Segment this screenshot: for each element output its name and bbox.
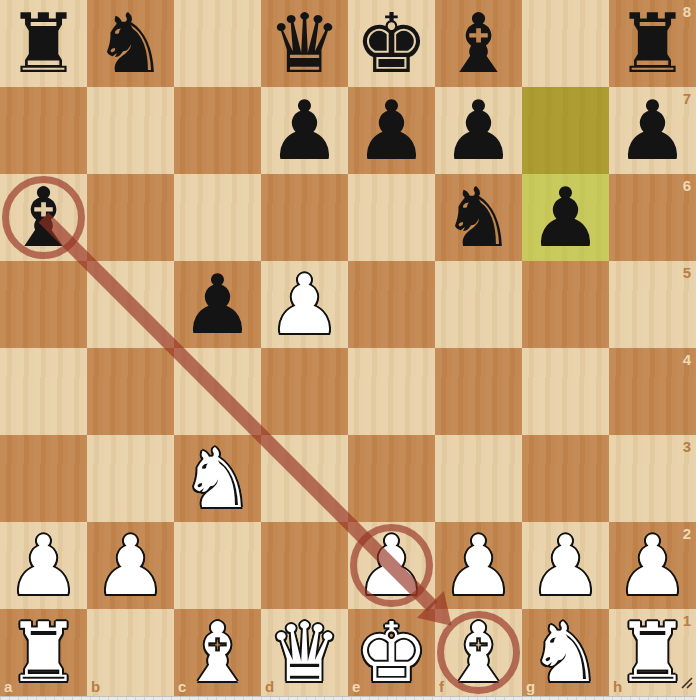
square-h2[interactable]: 2♟: [609, 522, 696, 609]
rank-label-3: 3: [683, 438, 691, 455]
white-pawn[interactable]: ♟: [609, 522, 696, 609]
square-h5[interactable]: 5: [609, 261, 696, 348]
square-a6[interactable]: ♝: [0, 174, 87, 261]
square-d8[interactable]: ♛: [261, 0, 348, 87]
square-g7[interactable]: [522, 87, 609, 174]
square-f1[interactable]: f♝: [435, 609, 522, 696]
square-e8[interactable]: ♚: [348, 0, 435, 87]
black-bishop[interactable]: ♝: [0, 174, 87, 261]
square-c7[interactable]: [174, 87, 261, 174]
square-a4[interactable]: [0, 348, 87, 435]
square-f4[interactable]: [435, 348, 522, 435]
square-g8[interactable]: [522, 0, 609, 87]
square-b4[interactable]: [87, 348, 174, 435]
square-c1[interactable]: c♝: [174, 609, 261, 696]
square-a8[interactable]: ♜: [0, 0, 87, 87]
rank-label-6: 6: [683, 177, 691, 194]
square-a5[interactable]: [0, 261, 87, 348]
square-a3[interactable]: [0, 435, 87, 522]
white-pawn[interactable]: ♟: [261, 261, 348, 348]
square-e1[interactable]: e♚: [348, 609, 435, 696]
square-d5[interactable]: ♟: [261, 261, 348, 348]
square-d3[interactable]: [261, 435, 348, 522]
white-pawn[interactable]: ♟: [522, 522, 609, 609]
square-h8[interactable]: 8♜: [609, 0, 696, 87]
black-pawn[interactable]: ♟: [348, 87, 435, 174]
square-f5[interactable]: [435, 261, 522, 348]
square-e6[interactable]: [348, 174, 435, 261]
resize-handle-icon[interactable]: [680, 676, 694, 690]
square-e2[interactable]: ♟: [348, 522, 435, 609]
square-b8[interactable]: ♞: [87, 0, 174, 87]
square-g2[interactable]: ♟: [522, 522, 609, 609]
square-g4[interactable]: [522, 348, 609, 435]
square-b6[interactable]: [87, 174, 174, 261]
square-e7[interactable]: ♟: [348, 87, 435, 174]
square-d7[interactable]: ♟: [261, 87, 348, 174]
square-d1[interactable]: d♛: [261, 609, 348, 696]
black-king[interactable]: ♚: [348, 0, 435, 87]
square-g5[interactable]: [522, 261, 609, 348]
black-pawn[interactable]: ♟: [261, 87, 348, 174]
square-b3[interactable]: [87, 435, 174, 522]
black-pawn[interactable]: ♟: [609, 87, 696, 174]
square-g3[interactable]: [522, 435, 609, 522]
square-a7[interactable]: [0, 87, 87, 174]
square-h6[interactable]: 6: [609, 174, 696, 261]
square-e3[interactable]: [348, 435, 435, 522]
rank-label-5: 5: [683, 264, 691, 281]
square-c2[interactable]: [174, 522, 261, 609]
square-h3[interactable]: 3: [609, 435, 696, 522]
black-pawn[interactable]: ♟: [174, 261, 261, 348]
square-d6[interactable]: [261, 174, 348, 261]
square-c5[interactable]: ♟: [174, 261, 261, 348]
square-d2[interactable]: [261, 522, 348, 609]
black-rook[interactable]: ♜: [609, 0, 696, 87]
page-edge-strip: [0, 696, 696, 700]
black-knight[interactable]: ♞: [435, 174, 522, 261]
square-c6[interactable]: [174, 174, 261, 261]
square-f7[interactable]: ♟: [435, 87, 522, 174]
black-queen[interactable]: ♛: [261, 0, 348, 87]
white-pawn[interactable]: ♟: [0, 522, 87, 609]
square-f2[interactable]: ♟: [435, 522, 522, 609]
square-b7[interactable]: [87, 87, 174, 174]
white-pawn[interactable]: ♟: [87, 522, 174, 609]
square-b1[interactable]: b: [87, 609, 174, 696]
square-d4[interactable]: [261, 348, 348, 435]
file-label-b: b: [91, 678, 100, 695]
black-pawn[interactable]: ♟: [522, 174, 609, 261]
square-a2[interactable]: ♟: [0, 522, 87, 609]
white-knight[interactable]: ♞: [174, 435, 261, 522]
board-container: ♜♞♛♚♝8♜♟♟♟7♟♝♞♟6♟♟54♞3♟♟♟♟♟2♟a♜bc♝d♛e♚f♝…: [0, 0, 696, 700]
white-pawn[interactable]: ♟: [348, 522, 435, 609]
black-pawn[interactable]: ♟: [435, 87, 522, 174]
black-knight[interactable]: ♞: [87, 0, 174, 87]
white-bishop[interactable]: ♝: [174, 609, 261, 696]
chess-board[interactable]: ♜♞♛♚♝8♜♟♟♟7♟♝♞♟6♟♟54♞3♟♟♟♟♟2♟a♜bc♝d♛e♚f♝…: [0, 0, 696, 696]
black-rook[interactable]: ♜: [0, 0, 87, 87]
square-c4[interactable]: [174, 348, 261, 435]
white-king[interactable]: ♚: [348, 609, 435, 696]
square-c3[interactable]: ♞: [174, 435, 261, 522]
square-b2[interactable]: ♟: [87, 522, 174, 609]
white-bishop[interactable]: ♝: [435, 609, 522, 696]
square-c8[interactable]: [174, 0, 261, 87]
square-h7[interactable]: 7♟: [609, 87, 696, 174]
square-g1[interactable]: g♞: [522, 609, 609, 696]
white-pawn[interactable]: ♟: [435, 522, 522, 609]
black-bishop[interactable]: ♝: [435, 0, 522, 87]
square-a1[interactable]: a♜: [0, 609, 87, 696]
square-f8[interactable]: ♝: [435, 0, 522, 87]
white-rook[interactable]: ♜: [0, 609, 87, 696]
white-queen[interactable]: ♛: [261, 609, 348, 696]
white-knight[interactable]: ♞: [522, 609, 609, 696]
square-f6[interactable]: ♞: [435, 174, 522, 261]
square-e5[interactable]: [348, 261, 435, 348]
square-g6[interactable]: ♟: [522, 174, 609, 261]
square-h4[interactable]: 4: [609, 348, 696, 435]
square-f3[interactable]: [435, 435, 522, 522]
square-b5[interactable]: [87, 261, 174, 348]
square-e4[interactable]: [348, 348, 435, 435]
rank-label-4: 4: [683, 351, 691, 368]
